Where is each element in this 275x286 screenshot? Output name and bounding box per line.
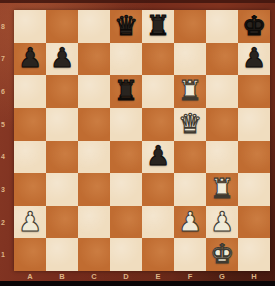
- file-label-g: G: [206, 271, 238, 281]
- square-h5[interactable]: [238, 108, 270, 141]
- square-f5[interactable]: ♛: [174, 108, 206, 141]
- square-h6[interactable]: [238, 75, 270, 108]
- piece-black-pawn[interactable]: ♟: [242, 44, 266, 71]
- square-h3[interactable]: [238, 173, 270, 206]
- bottom-strip: [0, 281, 275, 286]
- square-f1[interactable]: [174, 238, 206, 271]
- rank-label-7: 7: [0, 43, 14, 76]
- square-e4[interactable]: ♟: [142, 141, 174, 174]
- piece-black-rook[interactable]: ♜: [146, 12, 170, 39]
- piece-white-queen[interactable]: ♛: [178, 110, 202, 137]
- square-g1[interactable]: ♚: [206, 238, 238, 271]
- square-d6[interactable]: ♜: [110, 75, 142, 108]
- square-b5[interactable]: [46, 108, 78, 141]
- square-e2[interactable]: [142, 206, 174, 239]
- file-label-b: B: [46, 271, 78, 281]
- square-c5[interactable]: [78, 108, 110, 141]
- rank-label-2: 2: [0, 206, 14, 239]
- rank-labels: 87654321: [0, 10, 14, 271]
- square-g4[interactable]: [206, 141, 238, 174]
- piece-white-rook[interactable]: ♜: [210, 175, 234, 202]
- piece-white-rook[interactable]: ♜: [178, 77, 202, 104]
- file-labels: ABCDEFGH: [14, 271, 270, 281]
- square-c3[interactable]: [78, 173, 110, 206]
- rank-label-5: 5: [0, 108, 14, 141]
- square-e6[interactable]: [142, 75, 174, 108]
- square-b6[interactable]: [46, 75, 78, 108]
- square-g3[interactable]: ♜: [206, 173, 238, 206]
- square-b3[interactable]: [46, 173, 78, 206]
- rank-label-3: 3: [0, 173, 14, 206]
- square-f6[interactable]: ♜: [174, 75, 206, 108]
- square-f2[interactable]: ♟: [174, 206, 206, 239]
- square-h8[interactable]: ♚: [238, 10, 270, 43]
- square-b1[interactable]: [46, 238, 78, 271]
- square-f3[interactable]: [174, 173, 206, 206]
- rank-label-6: 6: [0, 75, 14, 108]
- square-f4[interactable]: [174, 141, 206, 174]
- square-c1[interactable]: [78, 238, 110, 271]
- square-h7[interactable]: ♟: [238, 43, 270, 76]
- square-e7[interactable]: [142, 43, 174, 76]
- square-e3[interactable]: [142, 173, 174, 206]
- square-d2[interactable]: [110, 206, 142, 239]
- square-b8[interactable]: [46, 10, 78, 43]
- square-d5[interactable]: [110, 108, 142, 141]
- rank-label-1: 1: [0, 238, 14, 271]
- square-d7[interactable]: [110, 43, 142, 76]
- file-label-h: H: [238, 271, 270, 281]
- square-f8[interactable]: [174, 10, 206, 43]
- square-a5[interactable]: [14, 108, 46, 141]
- square-c6[interactable]: [78, 75, 110, 108]
- square-a1[interactable]: [14, 238, 46, 271]
- square-e5[interactable]: [142, 108, 174, 141]
- piece-white-pawn[interactable]: ♟: [18, 208, 42, 235]
- square-c7[interactable]: [78, 43, 110, 76]
- square-d3[interactable]: [110, 173, 142, 206]
- piece-white-king[interactable]: ♚: [210, 240, 234, 267]
- square-h2[interactable]: [238, 206, 270, 239]
- piece-black-queen[interactable]: ♛: [114, 12, 138, 39]
- file-label-c: C: [78, 271, 110, 281]
- square-g8[interactable]: [206, 10, 238, 43]
- square-a4[interactable]: [14, 141, 46, 174]
- square-b7[interactable]: ♟: [46, 43, 78, 76]
- square-e1[interactable]: [142, 238, 174, 271]
- square-f7[interactable]: [174, 43, 206, 76]
- piece-black-rook[interactable]: ♜: [114, 77, 138, 104]
- piece-black-pawn[interactable]: ♟: [50, 44, 74, 71]
- square-h1[interactable]: [238, 238, 270, 271]
- square-h4[interactable]: [238, 141, 270, 174]
- piece-black-pawn[interactable]: ♟: [146, 142, 170, 169]
- rank-label-8: 8: [0, 10, 14, 43]
- square-d4[interactable]: [110, 141, 142, 174]
- rank-label-4: 4: [0, 141, 14, 174]
- file-label-a: A: [14, 271, 46, 281]
- square-a6[interactable]: [14, 75, 46, 108]
- square-d1[interactable]: [110, 238, 142, 271]
- square-g5[interactable]: [206, 108, 238, 141]
- file-label-f: F: [174, 271, 206, 281]
- square-g6[interactable]: [206, 75, 238, 108]
- square-c4[interactable]: [78, 141, 110, 174]
- chess-board-frame: 87654321 ♛♜♚♟♟♟♜♜♛♟♜♟♟♟♚ ABCDEFGH: [0, 0, 275, 286]
- square-c2[interactable]: [78, 206, 110, 239]
- square-e8[interactable]: ♜: [142, 10, 174, 43]
- file-label-e: E: [142, 271, 174, 281]
- square-a8[interactable]: [14, 10, 46, 43]
- piece-white-pawn[interactable]: ♟: [178, 208, 202, 235]
- square-g7[interactable]: [206, 43, 238, 76]
- square-g2[interactable]: ♟: [206, 206, 238, 239]
- square-d8[interactable]: ♛: [110, 10, 142, 43]
- piece-white-pawn[interactable]: ♟: [210, 208, 234, 235]
- square-c8[interactable]: [78, 10, 110, 43]
- square-a2[interactable]: ♟: [14, 206, 46, 239]
- file-label-d: D: [110, 271, 142, 281]
- square-a3[interactable]: [14, 173, 46, 206]
- square-a7[interactable]: ♟: [14, 43, 46, 76]
- piece-black-pawn[interactable]: ♟: [18, 44, 42, 71]
- square-b4[interactable]: [46, 141, 78, 174]
- chess-board: ♛♜♚♟♟♟♜♜♛♟♜♟♟♟♚: [14, 10, 270, 271]
- piece-black-king[interactable]: ♚: [242, 12, 266, 39]
- square-b2[interactable]: [46, 206, 78, 239]
